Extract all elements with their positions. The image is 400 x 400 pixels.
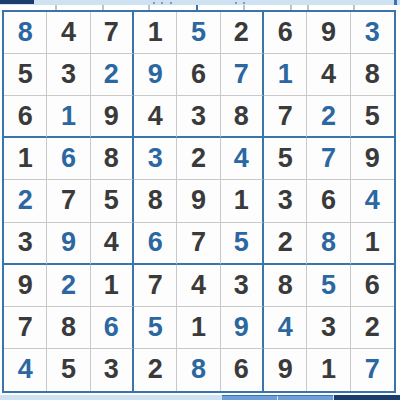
digit: 3: [61, 61, 76, 88]
digit: 5: [104, 187, 119, 214]
sudoku-cell-r9c4[interactable]: 2: [134, 349, 177, 391]
digit: 2: [104, 61, 119, 88]
digit: 4: [104, 229, 119, 256]
digit: 3: [148, 145, 163, 172]
sudoku-cell-r5c4[interactable]: 8: [134, 180, 177, 222]
sudoku-cell-r1c1[interactable]: 8: [4, 12, 47, 54]
digit: 1: [18, 145, 33, 172]
digit: 2: [148, 356, 163, 383]
digit: 2: [191, 145, 206, 172]
digit: 1: [278, 61, 293, 88]
sudoku-cell-r1c9[interactable]: 3: [351, 12, 394, 54]
sudoku-cell-r6c9[interactable]: 1: [351, 223, 394, 265]
cutoff-text-mark: [161, 2, 163, 4]
digit: 4: [321, 61, 336, 88]
digit: 6: [191, 61, 206, 88]
digit: 6: [61, 145, 76, 172]
digit: 6: [278, 19, 293, 46]
sudoku-cell-r8c7[interactable]: 4: [264, 307, 307, 349]
digit: 4: [278, 314, 293, 341]
digit: 4: [191, 272, 206, 299]
bottom-button-fragment[interactable]: [222, 395, 333, 400]
digit: 5: [234, 229, 249, 256]
cutoff-text-mark: [153, 2, 155, 4]
cutoff-text-mark: [235, 2, 237, 4]
digit: 2: [321, 103, 336, 130]
digit: 9: [278, 356, 293, 383]
bottom-button-divider: [277, 396, 278, 400]
sudoku-cell-r6c7[interactable]: 2: [264, 223, 307, 265]
sudoku-cell-r1c4[interactable]: 1: [134, 12, 177, 54]
sudoku-cell-r8c6[interactable]: 9: [221, 307, 264, 349]
sudoku-cell-r5c5[interactable]: 9: [177, 180, 220, 222]
digit: 9: [104, 103, 119, 130]
sudoku-cell-r3c1[interactable]: 6: [4, 96, 47, 138]
sudoku-cell-r3c8[interactable]: 2: [307, 96, 350, 138]
sudoku-cell-r1c6[interactable]: 2: [221, 12, 264, 54]
digit: 5: [148, 314, 163, 341]
digit: 3: [365, 19, 380, 46]
sudoku-cell-r7c6[interactable]: 3: [221, 265, 264, 307]
digit: 7: [234, 61, 249, 88]
digit: 8: [148, 187, 163, 214]
sudoku-cell-r4c2[interactable]: 6: [47, 138, 90, 180]
sudoku-cell-r6c6[interactable]: 5: [221, 223, 264, 265]
bottom-navy-fragment[interactable]: [334, 395, 400, 400]
digit: 2: [18, 187, 33, 214]
sudoku-page: 8471526935329671486194387251683245792758…: [0, 0, 400, 400]
digit: 6: [321, 187, 336, 214]
toolbar-tab-fragment[interactable]: [0, 0, 34, 4]
sudoku-cell-r8c1[interactable]: 7: [4, 307, 47, 349]
digit: 5: [191, 19, 206, 46]
digit: 9: [191, 187, 206, 214]
sudoku-cell-r4c8[interactable]: 7: [307, 138, 350, 180]
sudoku-cell-r5c7[interactable]: 3: [264, 180, 307, 222]
sudoku-cell-r6c1[interactable]: 3: [4, 223, 47, 265]
digit: 7: [61, 187, 76, 214]
digit: 6: [18, 103, 33, 130]
sudoku-cell-r3c7[interactable]: 7: [264, 96, 307, 138]
sudoku-cell-r4c4[interactable]: 3: [134, 138, 177, 180]
digit: 1: [234, 187, 249, 214]
sudoku-cell-r1c5[interactable]: 5: [177, 12, 220, 54]
sudoku-cell-r9c5[interactable]: 8: [177, 349, 220, 391]
sudoku-cell-r7c7[interactable]: 8: [264, 265, 307, 307]
sudoku-cell-r6c2[interactable]: 9: [47, 223, 90, 265]
sudoku-cell-r6c3[interactable]: 4: [91, 223, 134, 265]
digit: 7: [18, 314, 33, 341]
digit: 2: [365, 314, 380, 341]
sudoku-cell-r9c8[interactable]: 1: [307, 349, 350, 391]
digit: 4: [365, 187, 380, 214]
sudoku-cell-r8c5[interactable]: 1: [177, 307, 220, 349]
digit: 8: [234, 103, 249, 130]
sudoku-cell-r3c9[interactable]: 5: [351, 96, 394, 138]
sudoku-cell-r4c5[interactable]: 2: [177, 138, 220, 180]
digit: 1: [321, 356, 336, 383]
sudoku-cell-r7c5[interactable]: 4: [177, 265, 220, 307]
sudoku-cell-r5c9[interactable]: 4: [351, 180, 394, 222]
digit: 8: [104, 145, 119, 172]
sudoku-cell-r2c6[interactable]: 7: [221, 54, 264, 96]
digit: 3: [104, 356, 119, 383]
sudoku-cell-r2c8[interactable]: 4: [307, 54, 350, 96]
cutoff-text-mark: [170, 2, 172, 4]
digit: 7: [104, 19, 119, 46]
sudoku-cell-r6c4[interactable]: 6: [134, 223, 177, 265]
digit: 3: [191, 103, 206, 130]
digit: 5: [18, 61, 33, 88]
digit: 8: [321, 229, 336, 256]
sudoku-cell-r9c6[interactable]: 6: [221, 349, 264, 391]
digit: 6: [365, 272, 380, 299]
digit: 8: [365, 61, 380, 88]
sudoku-cell-r9c2[interactable]: 5: [47, 349, 90, 391]
digit: 5: [61, 356, 76, 383]
sudoku-cell-r1c2[interactable]: 4: [47, 12, 90, 54]
digit: 1: [61, 103, 76, 130]
sudoku-cell-r8c2[interactable]: 8: [47, 307, 90, 349]
digit: 5: [321, 272, 336, 299]
sudoku-cell-r9c1[interactable]: 4: [4, 349, 47, 391]
digit: 4: [18, 356, 33, 383]
bottom-toolbar-fragment: [0, 395, 400, 400]
sudoku-cell-r4c6[interactable]: 4: [221, 138, 264, 180]
sudoku-cell-r1c7[interactable]: 6: [264, 12, 307, 54]
digit: 8: [191, 356, 206, 383]
digit: 6: [234, 356, 249, 383]
digit: 4: [234, 145, 249, 172]
digit: 7: [148, 272, 163, 299]
sudoku-cell-r1c8[interactable]: 9: [307, 12, 350, 54]
digit: 4: [148, 103, 163, 130]
digit: 8: [61, 314, 76, 341]
digit: 7: [321, 145, 336, 172]
sudoku-cell-r9c3[interactable]: 3: [91, 349, 134, 391]
digit: 3: [321, 314, 336, 341]
sudoku-cell-r4c1[interactable]: 1: [4, 138, 47, 180]
digit: 2: [278, 229, 293, 256]
digit: 2: [234, 19, 249, 46]
sudoku-cell-r5c3[interactable]: 5: [91, 180, 134, 222]
sudoku-cell-r9c7[interactable]: 9: [264, 349, 307, 391]
digit: 9: [234, 314, 249, 341]
digit: 1: [104, 272, 119, 299]
sudoku-cell-r3c3[interactable]: 9: [91, 96, 134, 138]
sudoku-cell-r7c1[interactable]: 9: [4, 265, 47, 307]
sudoku-cell-r5c2[interactable]: 7: [47, 180, 90, 222]
sudoku-cell-r5c6[interactable]: 1: [221, 180, 264, 222]
sudoku-cell-r5c8[interactable]: 6: [307, 180, 350, 222]
sudoku-cell-r2c3[interactable]: 2: [91, 54, 134, 96]
sudoku-cell-r7c8[interactable]: 5: [307, 265, 350, 307]
digit: 8: [278, 272, 293, 299]
cutoff-text-mark: [243, 2, 245, 4]
digit: 1: [148, 19, 163, 46]
digit: 7: [191, 229, 206, 256]
sudoku-cell-r2c1[interactable]: 5: [4, 54, 47, 96]
sudoku-cell-r4c7[interactable]: 5: [264, 138, 307, 180]
sudoku-cell-r6c8[interactable]: 8: [307, 223, 350, 265]
digit: 7: [278, 103, 293, 130]
digit: 9: [18, 272, 33, 299]
digit: 8: [18, 19, 33, 46]
sudoku-cell-r7c2[interactable]: 2: [47, 265, 90, 307]
top-right-border-fragment: [394, 0, 397, 5]
digit: 1: [191, 314, 206, 341]
sudoku-cell-r1c3[interactable]: 7: [91, 12, 134, 54]
digit: 6: [148, 229, 163, 256]
sudoku-cell-r2c2[interactable]: 3: [47, 54, 90, 96]
sudoku-cell-r3c4[interactable]: 4: [134, 96, 177, 138]
sudoku-cell-r3c5[interactable]: 3: [177, 96, 220, 138]
digit: 7: [365, 356, 380, 383]
sudoku-cell-r8c9[interactable]: 2: [351, 307, 394, 349]
sudoku-cell-r5c1[interactable]: 2: [4, 180, 47, 222]
sudoku-cell-r4c9[interactable]: 9: [351, 138, 394, 180]
sudoku-cell-r8c8[interactable]: 3: [307, 307, 350, 349]
digit: 6: [104, 314, 119, 341]
digit: 9: [365, 145, 380, 172]
sudoku-board: 8471526935329671486194387251683245792758…: [2, 10, 396, 393]
sudoku-cell-r7c9[interactable]: 6: [351, 265, 394, 307]
digit: 5: [278, 145, 293, 172]
sudoku-cell-r2c7[interactable]: 1: [264, 54, 307, 96]
digit: 3: [18, 229, 33, 256]
sudoku-cell-r6c5[interactable]: 7: [177, 223, 220, 265]
top-toolbar-fragment: [0, 0, 400, 5]
digit: 4: [61, 19, 76, 46]
digit: 9: [321, 19, 336, 46]
digit: 3: [234, 272, 249, 299]
digit: 1: [365, 229, 380, 256]
sudoku-cell-r2c5[interactable]: 6: [177, 54, 220, 96]
sudoku-cell-r3c6[interactable]: 8: [221, 96, 264, 138]
sudoku-cell-r2c9[interactable]: 8: [351, 54, 394, 96]
digit: 9: [61, 229, 76, 256]
digit: 5: [365, 103, 380, 130]
sudoku-cell-r3c2[interactable]: 1: [47, 96, 90, 138]
sudoku-cell-r9c9[interactable]: 7: [351, 349, 394, 391]
digit: 2: [61, 272, 76, 299]
digit: 9: [148, 61, 163, 88]
sudoku-cell-r8c3[interactable]: 6: [91, 307, 134, 349]
digit: 3: [278, 187, 293, 214]
sudoku-cell-r7c4[interactable]: 7: [134, 265, 177, 307]
sudoku-cell-r7c3[interactable]: 1: [91, 265, 134, 307]
sudoku-cell-r8c4[interactable]: 5: [134, 307, 177, 349]
sudoku-cell-r2c4[interactable]: 9: [134, 54, 177, 96]
sudoku-cell-r4c3[interactable]: 8: [91, 138, 134, 180]
